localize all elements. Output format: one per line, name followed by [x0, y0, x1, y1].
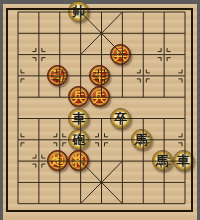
piece-ivory-soldier[interactable]: 卒	[110, 108, 131, 129]
piece-ivory-cannon[interactable]: 砲	[68, 129, 89, 150]
app-background: { "game": "xiangqi", "board": { "files":…	[0, 0, 200, 220]
piece-red-chariot[interactable]: 车	[89, 65, 110, 86]
piece-ivory-general[interactable]: 帅	[68, 1, 89, 22]
piece-ivory-horse[interactable]: 馬	[152, 150, 173, 171]
piece-red-horse[interactable]: 马	[47, 65, 68, 86]
piece-red-soldier[interactable]: 兵	[68, 86, 89, 107]
piece-ivory-chariot[interactable]: 車	[68, 108, 89, 129]
piece-red-general[interactable]: 将	[68, 150, 89, 171]
piece-red-soldier[interactable]: 兵	[110, 44, 131, 65]
piece-red-soldier[interactable]: 兵	[89, 86, 110, 107]
piece-red-cannon[interactable]: 炮	[47, 150, 68, 171]
piece-ivory-horse[interactable]: 馬	[131, 129, 152, 150]
xiangqi-board[interactable]: 帅兵马车兵兵車卒砲馬炮将馬車	[3, 4, 197, 220]
piece-ivory-chariot[interactable]: 車	[173, 150, 194, 171]
